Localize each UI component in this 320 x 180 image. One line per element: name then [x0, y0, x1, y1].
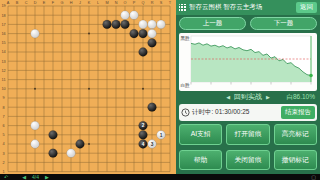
ai-hint-button[interactable]: AI支招: [179, 124, 222, 145]
bottom-bar: ↶ ◀ 4/4 ▶ ▢: [0, 174, 320, 180]
end-report-button[interactable]: 结束报告: [281, 106, 315, 119]
svg-text:4: 4: [142, 142, 145, 147]
svg-text:S: S: [160, 1, 163, 5]
svg-text:10: 10: [1, 87, 5, 91]
svg-text:P: P: [133, 1, 136, 5]
svg-text:8: 8: [3, 106, 5, 110]
chart-label-black-wins: 黑胜: [180, 36, 190, 41]
svg-text:2: 2: [3, 161, 5, 165]
svg-text:7: 7: [3, 115, 5, 119]
svg-text:5: 5: [3, 133, 5, 137]
variation-bar: ◀ 回到实战 ▶ 白86.10%: [179, 92, 317, 102]
timer-text: 计时中: 01:30/00:25: [192, 108, 281, 117]
prev-problem-button[interactable]: 上一题: [179, 17, 246, 30]
next-problem-button[interactable]: 下一题: [250, 17, 317, 30]
svg-text:17: 17: [1, 23, 5, 27]
next-move-icon[interactable]: ▶: [45, 174, 49, 180]
app-logo-icon: [179, 4, 187, 12]
svg-text:Q: Q: [142, 1, 145, 5]
svg-text:J: J: [79, 1, 81, 5]
svg-text:G: G: [61, 1, 64, 5]
go-board[interactable]: ABCDEFGHJKLMNOPQRST191817161514131211109…: [0, 0, 176, 174]
close-trace-button[interactable]: 关闭留痕: [226, 150, 269, 171]
back-button[interactable]: 返回: [296, 2, 317, 13]
svg-text:9: 9: [3, 96, 5, 100]
svg-text:14: 14: [1, 50, 5, 54]
svg-text:M: M: [105, 1, 108, 5]
variation-next-icon[interactable]: ▶: [266, 94, 270, 100]
svg-text:D: D: [34, 1, 37, 5]
winrate-chart[interactable]: 黑胜 白胜: [179, 33, 317, 91]
svg-text:3: 3: [3, 152, 5, 156]
svg-text:12: 12: [1, 69, 5, 73]
svg-text:6: 6: [3, 124, 5, 128]
go-board-svg: ABCDEFGHJKLMNOPQRST191817161514131211109…: [0, 0, 176, 174]
svg-text:A: A: [7, 1, 10, 5]
svg-text:N: N: [115, 1, 118, 5]
back-to-game-button[interactable]: 回到实战: [234, 92, 262, 102]
svg-text:K: K: [88, 1, 91, 5]
highlight-mark-button[interactable]: 高亮标记: [274, 124, 317, 145]
help-button[interactable]: 帮助: [179, 150, 222, 171]
ai-button-grid: AI支招 打开留痕 高亮标记 帮助 关闭留痕 撤销标记: [179, 124, 317, 170]
recents-icon[interactable]: ▢: [311, 174, 316, 180]
svg-text:16: 16: [1, 32, 5, 36]
app-title: 智存云围棋 智存云主考场: [189, 3, 296, 12]
svg-text:L: L: [97, 1, 99, 5]
svg-text:4: 4: [3, 142, 5, 146]
winrate-chart-svg: [179, 33, 317, 91]
analysis-panel: 智存云围棋 智存云主考场 返回 上一题 下一题 黑胜 白胜 ◀ 回到实战 ▶ 白…: [176, 0, 320, 174]
svg-text:F: F: [52, 1, 55, 5]
panel-header: 智存云围棋 智存云主考场 返回: [176, 0, 320, 15]
prev-move-icon[interactable]: ◀: [22, 174, 26, 180]
svg-text:B: B: [16, 1, 19, 5]
timer-box: 计时中: 01:30/00:25 结束报告: [179, 104, 317, 121]
svg-text:O: O: [124, 1, 127, 5]
white-winrate-value: 白86.10%: [286, 93, 315, 102]
svg-text:H: H: [70, 1, 73, 5]
undo-mark-button[interactable]: 撤销标记: [274, 150, 317, 171]
open-trace-button[interactable]: 打开留痕: [226, 124, 269, 145]
svg-text:T: T: [169, 1, 172, 5]
app-screen: ABCDEFGHJKLMNOPQRST191817161514131211109…: [0, 0, 320, 180]
clock-icon: [181, 108, 190, 117]
svg-text:3: 3: [151, 142, 154, 147]
problem-nav: 上一题 下一题: [179, 17, 317, 30]
svg-text:1: 1: [160, 133, 163, 138]
svg-text:18: 18: [1, 14, 5, 18]
svg-text:R: R: [151, 1, 154, 5]
move-counter: 4/4: [32, 174, 39, 180]
chart-label-white-wins: 白胜: [180, 83, 190, 88]
undo-icon[interactable]: ↶: [4, 174, 8, 180]
svg-text:11: 11: [2, 78, 6, 82]
svg-text:E: E: [43, 1, 46, 5]
svg-text:C: C: [25, 1, 28, 5]
svg-text:13: 13: [1, 60, 5, 64]
svg-text:15: 15: [1, 41, 5, 45]
variation-prev-icon[interactable]: ◀: [226, 94, 230, 100]
svg-text:19: 19: [1, 4, 5, 8]
svg-text:2: 2: [142, 123, 145, 128]
